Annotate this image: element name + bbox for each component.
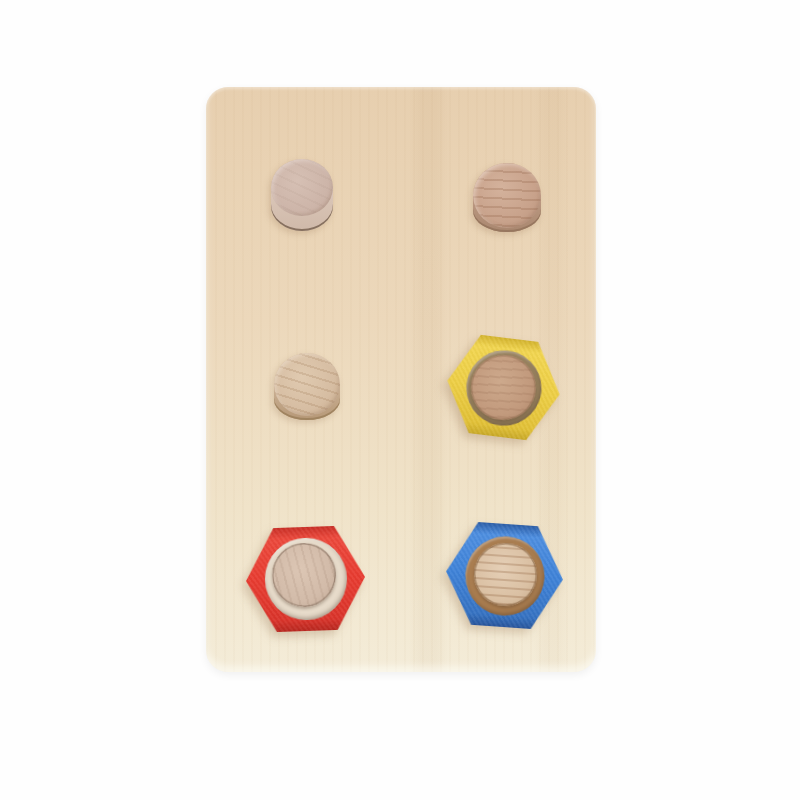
hex-nut-hole [265,538,347,620]
pegboard-grid [206,87,596,672]
hex-nut [244,524,367,632]
peg-in-hole [473,542,536,605]
hex-nut [441,331,565,443]
peg-in-hole [272,543,336,607]
cell-r2c1 [206,282,401,477]
peg-top-face [274,353,340,416]
yellow-nut-on-peg[interactable] [447,338,560,437]
hex-nut-hole [466,350,541,425]
cell-r1c1 [206,87,401,282]
peg-top-face [473,163,541,228]
red-nut-on-peg[interactable] [246,527,365,631]
cell-r1c2 [401,87,596,282]
hex-nut [443,520,567,631]
peg-in-hole [470,354,535,419]
blue-nut-on-peg[interactable] [446,524,563,627]
hex-nut-hole [465,536,544,615]
wooden-peg [473,163,541,232]
peg-top-left[interactable] [271,159,333,231]
pegboard [206,87,596,672]
wooden-peg [271,159,333,231]
peg-top-face [271,159,333,216]
peg-top-right[interactable] [473,163,541,232]
cell-r3c2 [401,477,596,672]
product-photo [0,0,800,800]
cell-r2c2 [401,282,596,477]
cell-r3c1 [206,477,401,672]
wooden-peg [274,353,340,420]
peg-middle-left[interactable] [274,353,340,420]
